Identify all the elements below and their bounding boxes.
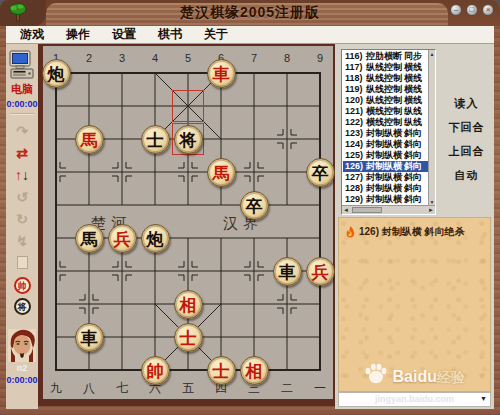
- menu-item-操作[interactable]: 操作: [58, 26, 104, 43]
- window-controls: – □ ×: [450, 4, 494, 16]
- board-panel: 楚河汉界123456789九八七六五四三二一 炮車馬士将馬卒卒馬兵炮車兵相車士帥…: [38, 44, 335, 406]
- move-row-122[interactable]: 122)横线控制纵线: [343, 117, 429, 128]
- pieces-layer: 炮車馬士将馬卒卒馬兵炮車兵相車士帥士相: [43, 46, 333, 399]
- black-general-badge[interactable]: 将: [14, 298, 31, 315]
- app-window: 楚汉棋缘2005注册版 – □ × 游戏操作设置棋书关于 电脑 0:00:00 …: [0, 0, 500, 415]
- flip-board-icon[interactable]: ↷: [9, 121, 35, 141]
- player-name: n2: [17, 363, 28, 373]
- sidebar: 电脑 0:00:00 ↷⇄↑↓↺↻↯ 帅将 n2 0:00:00: [6, 44, 38, 409]
- move-row-117[interactable]: 117)纵线控制横线: [343, 62, 429, 73]
- right-panel: 116)控肋横断同步117)纵线控制横线118)纵线控制横线119)纵线控制横线…: [335, 44, 494, 409]
- move-order-icon[interactable]: ↑↓: [9, 165, 35, 185]
- move-row-128[interactable]: 128)封制纵横斜向: [343, 183, 429, 194]
- piece-red-帥[interactable]: 帥: [141, 356, 170, 385]
- baidu-suffix: 经验: [437, 369, 465, 385]
- player-timer: 0:00:00: [6, 375, 37, 385]
- window-title: 楚汉棋缘2005注册版: [0, 4, 500, 22]
- scroll-up-icon[interactable]: ▲: [429, 51, 435, 57]
- detail-line: 126) 封制纵横 斜向绝杀: [346, 225, 465, 239]
- button-上回合[interactable]: 上回合: [449, 144, 485, 159]
- scroll-left-icon[interactable]: ◄: [343, 207, 349, 214]
- computer-label: 电脑: [11, 82, 33, 97]
- piece-black-卒[interactable]: 卒: [306, 158, 335, 187]
- piece-red-士[interactable]: 士: [174, 323, 203, 352]
- title-bar: 楚汉棋缘2005注册版 – □ ×: [0, 0, 500, 26]
- button-读入[interactable]: 读入: [455, 96, 479, 111]
- side-badges: 帅将: [14, 273, 31, 315]
- move-list: 116)控肋横断同步117)纵线控制横线118)纵线控制横线119)纵线控制横线…: [341, 49, 436, 215]
- paw-icon: [364, 363, 388, 385]
- player-avatar: [8, 329, 36, 362]
- piece-black-炮[interactable]: 炮: [42, 59, 71, 88]
- vertical-scrollbar[interactable]: ▲▼: [428, 50, 435, 206]
- flame-icon: [346, 226, 355, 238]
- move-row-120[interactable]: 120)纵线控制横线: [343, 95, 429, 106]
- horizontal-scrollbar[interactable]: ◄►: [342, 205, 435, 214]
- piece-red-兵[interactable]: 兵: [306, 257, 335, 286]
- scroll-right-icon[interactable]: ►: [428, 207, 434, 214]
- button-下回合[interactable]: 下回合: [449, 120, 485, 135]
- piece-black-士[interactable]: 士: [141, 125, 170, 154]
- move-row-119[interactable]: 119)纵线控制横线: [343, 84, 429, 95]
- hint-icon[interactable]: ↻: [9, 209, 35, 229]
- computer-timer: 0:00:00: [6, 99, 37, 109]
- piece-red-士[interactable]: 士: [207, 356, 236, 385]
- piece-red-馬[interactable]: 馬: [75, 125, 104, 154]
- swap-sides-icon[interactable]: ⇄: [9, 143, 35, 163]
- piece-black-車[interactable]: 車: [75, 323, 104, 352]
- piece-red-馬[interactable]: 馬: [207, 158, 236, 187]
- move-row-125[interactable]: 125)封制纵横斜向: [343, 150, 429, 161]
- move-row-124[interactable]: 124)封制纵横斜向: [343, 139, 429, 150]
- menu-item-关于[interactable]: 关于: [196, 26, 242, 43]
- baidu-watermark: Baidu经验: [339, 360, 490, 387]
- piece-black-将[interactable]: 将: [174, 125, 203, 154]
- piece-black-馬[interactable]: 馬: [75, 224, 104, 253]
- move-row-127[interactable]: 127)封制纵横斜向: [343, 172, 429, 183]
- piece-red-兵[interactable]: 兵: [108, 224, 137, 253]
- piece-black-卒[interactable]: 卒: [240, 191, 269, 220]
- dropdown-arrow-icon[interactable]: ▼: [480, 395, 487, 402]
- piece-red-相[interactable]: 相: [174, 290, 203, 319]
- sidebar-divider: [10, 113, 34, 115]
- piece-red-車[interactable]: 車: [207, 59, 236, 88]
- lightning-icon[interactable]: ↯: [9, 231, 35, 251]
- menu-item-设置[interactable]: 设置: [104, 26, 150, 43]
- move-row-126[interactable]: 126)封制纵横斜向: [343, 161, 429, 172]
- menu-item-棋书[interactable]: 棋书: [150, 26, 196, 43]
- button-自动[interactable]: 自动: [455, 168, 479, 183]
- move-row-121[interactable]: 121)横线控制纵线: [343, 106, 429, 117]
- menu-bar: 游戏操作设置棋书关于: [6, 26, 494, 44]
- round-buttons: 读入下回合上回合自动: [439, 96, 494, 183]
- detail-text: 126) 封制纵横 斜向绝杀: [359, 225, 465, 239]
- move-row-118[interactable]: 118)纵线控制横线: [343, 73, 429, 84]
- move-row-116[interactable]: 116)控肋横断同步: [343, 51, 429, 62]
- computer-icon: [8, 50, 36, 80]
- piece-black-車[interactable]: 車: [273, 257, 302, 286]
- baidu-brand: Baidu: [393, 368, 437, 385]
- piece-black-炮[interactable]: 炮: [141, 224, 170, 253]
- red-general-badge[interactable]: 帅: [14, 277, 31, 294]
- maximize-button[interactable]: □: [466, 4, 478, 16]
- takeback-icon[interactable]: ↺: [9, 187, 35, 207]
- move-row-129[interactable]: 129)封制纵横斜向: [343, 194, 429, 205]
- move-row-123[interactable]: 123)封制纵横斜向: [343, 128, 429, 139]
- menu-item-游戏[interactable]: 游戏: [12, 26, 58, 43]
- detail-panel: 126) 封制纵横 斜向绝杀 Baidu经验: [338, 217, 491, 392]
- close-button[interactable]: ×: [482, 4, 494, 16]
- scroll-thumb[interactable]: [352, 207, 382, 213]
- piece-red-相[interactable]: 相: [240, 356, 269, 385]
- minimize-button[interactable]: –: [450, 4, 462, 16]
- notation-page-icon[interactable]: [9, 253, 35, 273]
- bottom-strip: jingyan.baidu.com ▼: [338, 392, 491, 407]
- watermark-url: jingyan.baidu.com: [339, 393, 490, 406]
- tool-strip: ↷⇄↑↓↺↻↯: [9, 121, 35, 273]
